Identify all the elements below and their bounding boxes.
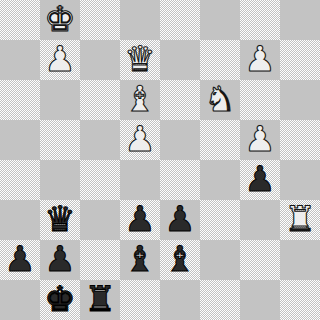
square-g6[interactable]: [240, 80, 280, 120]
black-pawn[interactable]: ♟: [244, 160, 275, 199]
square-g4[interactable]: ♟: [240, 160, 280, 200]
square-b1[interactable]: ♚: [40, 280, 80, 320]
white-pawn[interactable]: ♟: [244, 120, 275, 159]
square-f8[interactable]: [200, 0, 240, 40]
square-c4[interactable]: [80, 160, 120, 200]
square-f3[interactable]: [200, 200, 240, 240]
square-a1[interactable]: [0, 280, 40, 320]
square-h2[interactable]: [280, 240, 320, 280]
chess-board: ♚♟♛♟♝♞♟♟♟♛♟♟♜♟♟♝♝♚♜: [0, 0, 320, 320]
square-e8[interactable]: [160, 0, 200, 40]
black-rook[interactable]: ♜: [84, 280, 115, 319]
square-e6[interactable]: [160, 80, 200, 120]
square-b8[interactable]: ♚: [40, 0, 80, 40]
black-pawn[interactable]: ♟: [164, 200, 195, 239]
black-pawn[interactable]: ♟: [44, 240, 75, 279]
square-h7[interactable]: [280, 40, 320, 80]
square-d2[interactable]: ♝: [120, 240, 160, 280]
square-a6[interactable]: [0, 80, 40, 120]
square-a5[interactable]: [0, 120, 40, 160]
white-pawn[interactable]: ♟: [44, 40, 75, 79]
square-h1[interactable]: [280, 280, 320, 320]
white-rook[interactable]: ♜: [284, 200, 315, 239]
square-c5[interactable]: [80, 120, 120, 160]
square-d8[interactable]: [120, 0, 160, 40]
square-b5[interactable]: [40, 120, 80, 160]
square-h6[interactable]: [280, 80, 320, 120]
square-e1[interactable]: [160, 280, 200, 320]
black-bishop[interactable]: ♝: [124, 240, 155, 279]
square-g8[interactable]: [240, 0, 280, 40]
square-g1[interactable]: [240, 280, 280, 320]
square-g2[interactable]: [240, 240, 280, 280]
square-f7[interactable]: [200, 40, 240, 80]
square-e5[interactable]: [160, 120, 200, 160]
square-d1[interactable]: [120, 280, 160, 320]
square-b6[interactable]: [40, 80, 80, 120]
white-queen[interactable]: ♛: [124, 40, 155, 79]
square-c3[interactable]: [80, 200, 120, 240]
square-h4[interactable]: [280, 160, 320, 200]
square-f4[interactable]: [200, 160, 240, 200]
square-e4[interactable]: [160, 160, 200, 200]
square-b7[interactable]: ♟: [40, 40, 80, 80]
square-b4[interactable]: [40, 160, 80, 200]
white-king[interactable]: ♚: [44, 0, 75, 39]
square-d3[interactable]: ♟: [120, 200, 160, 240]
square-c8[interactable]: [80, 0, 120, 40]
square-c1[interactable]: ♜: [80, 280, 120, 320]
square-h8[interactable]: [280, 0, 320, 40]
square-a2[interactable]: ♟: [0, 240, 40, 280]
square-g3[interactable]: [240, 200, 280, 240]
white-knight[interactable]: ♞: [204, 80, 235, 119]
square-c6[interactable]: [80, 80, 120, 120]
square-d4[interactable]: [120, 160, 160, 200]
square-f1[interactable]: [200, 280, 240, 320]
square-f2[interactable]: [200, 240, 240, 280]
square-c7[interactable]: [80, 40, 120, 80]
square-h5[interactable]: [280, 120, 320, 160]
square-d5[interactable]: ♟: [120, 120, 160, 160]
square-g7[interactable]: ♟: [240, 40, 280, 80]
square-c2[interactable]: [80, 240, 120, 280]
square-f6[interactable]: ♞: [200, 80, 240, 120]
square-d6[interactable]: ♝: [120, 80, 160, 120]
white-pawn[interactable]: ♟: [244, 40, 275, 79]
black-king[interactable]: ♚: [44, 280, 75, 319]
black-pawn[interactable]: ♟: [4, 240, 35, 279]
white-bishop[interactable]: ♝: [124, 80, 155, 119]
white-pawn[interactable]: ♟: [124, 120, 155, 159]
square-a7[interactable]: [0, 40, 40, 80]
square-g5[interactable]: ♟: [240, 120, 280, 160]
square-e7[interactable]: [160, 40, 200, 80]
square-a3[interactable]: [0, 200, 40, 240]
square-a8[interactable]: [0, 0, 40, 40]
square-f5[interactable]: [200, 120, 240, 160]
square-h3[interactable]: ♜: [280, 200, 320, 240]
square-b3[interactable]: ♛: [40, 200, 80, 240]
square-e3[interactable]: ♟: [160, 200, 200, 240]
square-e2[interactable]: ♝: [160, 240, 200, 280]
square-d7[interactable]: ♛: [120, 40, 160, 80]
black-queen[interactable]: ♛: [44, 200, 75, 239]
black-pawn[interactable]: ♟: [124, 200, 155, 239]
black-bishop[interactable]: ♝: [164, 240, 195, 279]
square-a4[interactable]: [0, 160, 40, 200]
square-b2[interactable]: ♟: [40, 240, 80, 280]
